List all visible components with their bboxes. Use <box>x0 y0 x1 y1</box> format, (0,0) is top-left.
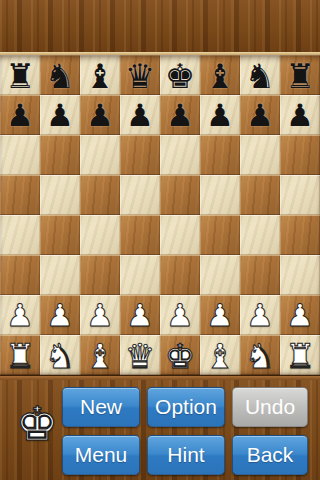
piece-black-pawn[interactable]: ♟ <box>206 100 234 131</box>
square-c8[interactable]: ♝ <box>80 55 120 95</box>
square-g8[interactable]: ♞ <box>240 55 280 95</box>
square-e2[interactable]: ♟ <box>160 295 200 335</box>
square-a8[interactable]: ♜ <box>0 55 40 95</box>
piece-black-pawn[interactable]: ♟ <box>246 100 274 131</box>
option-button[interactable]: Option <box>147 387 225 427</box>
piece-black-knight[interactable]: ♞ <box>245 59 275 93</box>
square-g5[interactable] <box>240 175 280 215</box>
square-h4[interactable] <box>280 215 320 255</box>
piece-black-pawn[interactable]: ♟ <box>86 100 114 131</box>
square-h2[interactable]: ♟ <box>280 295 320 335</box>
square-a6[interactable] <box>0 135 40 175</box>
piece-white-knight[interactable]: ♞ <box>45 339 75 373</box>
back-button[interactable]: Back <box>232 435 308 475</box>
piece-black-king[interactable]: ♚ <box>165 59 195 93</box>
square-a1[interactable]: ♜ <box>0 335 40 375</box>
square-e6[interactable] <box>160 135 200 175</box>
square-c5[interactable] <box>80 175 120 215</box>
piece-white-pawn[interactable]: ♟ <box>6 300 34 331</box>
square-b8[interactable]: ♞ <box>40 55 80 95</box>
square-e8[interactable]: ♚ <box>160 55 200 95</box>
square-f5[interactable] <box>200 175 240 215</box>
square-d4[interactable] <box>120 215 160 255</box>
toolbar-buttons: New Option Undo Menu Hint Back <box>62 387 308 475</box>
square-c6[interactable] <box>80 135 120 175</box>
square-b1[interactable]: ♞ <box>40 335 80 375</box>
piece-black-bishop[interactable]: ♝ <box>85 59 115 93</box>
piece-black-pawn[interactable]: ♟ <box>126 100 154 131</box>
square-g1[interactable]: ♞ <box>240 335 280 375</box>
square-c3[interactable] <box>80 255 120 295</box>
square-e7[interactable]: ♟ <box>160 95 200 135</box>
square-h1[interactable]: ♜ <box>280 335 320 375</box>
wood-background-top <box>0 0 320 52</box>
square-a3[interactable] <box>0 255 40 295</box>
piece-black-rook[interactable]: ♜ <box>285 59 315 93</box>
piece-white-queen[interactable]: ♛ <box>125 339 155 373</box>
new-button[interactable]: New <box>62 387 140 427</box>
square-a5[interactable] <box>0 175 40 215</box>
square-d6[interactable] <box>120 135 160 175</box>
piece-white-pawn[interactable]: ♟ <box>246 300 274 331</box>
piece-black-bishop[interactable]: ♝ <box>205 59 235 93</box>
square-h6[interactable] <box>280 135 320 175</box>
square-h3[interactable] <box>280 255 320 295</box>
piece-white-knight[interactable]: ♞ <box>245 339 275 373</box>
white-king-turn-indicator-icon: ♚ <box>16 400 58 447</box>
piece-white-pawn[interactable]: ♟ <box>206 300 234 331</box>
square-d8[interactable]: ♛ <box>120 55 160 95</box>
piece-black-queen[interactable]: ♛ <box>125 59 155 93</box>
square-b6[interactable] <box>40 135 80 175</box>
piece-black-rook[interactable]: ♜ <box>5 59 35 93</box>
square-f2[interactable]: ♟ <box>200 295 240 335</box>
chess-board: ♜♞♝♛♚♝♞♜♟♟♟♟♟♟♟♟♟♟♟♟♟♟♟♟♜♞♝♛♚♝♞♜ <box>0 55 320 375</box>
square-f3[interactable] <box>200 255 240 295</box>
square-a4[interactable] <box>0 215 40 255</box>
toolbar: ♚ New Option Undo Menu Hint Back <box>0 380 320 480</box>
square-e5[interactable] <box>160 175 200 215</box>
piece-white-bishop[interactable]: ♝ <box>85 339 115 373</box>
piece-black-knight[interactable]: ♞ <box>45 59 75 93</box>
square-f8[interactable]: ♝ <box>200 55 240 95</box>
square-b4[interactable] <box>40 215 80 255</box>
piece-white-pawn[interactable]: ♟ <box>46 300 74 331</box>
square-d1[interactable]: ♛ <box>120 335 160 375</box>
piece-white-bishop[interactable]: ♝ <box>205 339 235 373</box>
square-b3[interactable] <box>40 255 80 295</box>
square-h7[interactable]: ♟ <box>280 95 320 135</box>
square-g6[interactable] <box>240 135 280 175</box>
square-f1[interactable]: ♝ <box>200 335 240 375</box>
square-c4[interactable] <box>80 215 120 255</box>
square-b2[interactable]: ♟ <box>40 295 80 335</box>
square-e1[interactable]: ♚ <box>160 335 200 375</box>
piece-white-rook[interactable]: ♜ <box>5 339 35 373</box>
piece-black-pawn[interactable]: ♟ <box>166 100 194 131</box>
piece-white-pawn[interactable]: ♟ <box>86 300 114 331</box>
square-g2[interactable]: ♟ <box>240 295 280 335</box>
square-a2[interactable]: ♟ <box>0 295 40 335</box>
square-h5[interactable] <box>280 175 320 215</box>
app-screen: ♜♞♝♛♚♝♞♜♟♟♟♟♟♟♟♟♟♟♟♟♟♟♟♟♜♞♝♛♚♝♞♜ ♚ New O… <box>0 0 320 480</box>
hint-button[interactable]: Hint <box>147 435 225 475</box>
square-e3[interactable] <box>160 255 200 295</box>
square-b7[interactable]: ♟ <box>40 95 80 135</box>
square-c2[interactable]: ♟ <box>80 295 120 335</box>
square-g3[interactable] <box>240 255 280 295</box>
square-g4[interactable] <box>240 215 280 255</box>
square-h8[interactable]: ♜ <box>280 55 320 95</box>
square-b5[interactable] <box>40 175 80 215</box>
square-e4[interactable] <box>160 215 200 255</box>
square-f7[interactable]: ♟ <box>200 95 240 135</box>
square-c7[interactable]: ♟ <box>80 95 120 135</box>
menu-button[interactable]: Menu <box>62 435 140 475</box>
piece-black-pawn[interactable]: ♟ <box>286 100 314 131</box>
piece-black-pawn[interactable]: ♟ <box>6 100 34 131</box>
piece-white-rook[interactable]: ♜ <box>285 339 315 373</box>
piece-white-pawn[interactable]: ♟ <box>166 300 194 331</box>
square-d2[interactable]: ♟ <box>120 295 160 335</box>
square-d3[interactable] <box>120 255 160 295</box>
square-d5[interactable] <box>120 175 160 215</box>
square-f6[interactable] <box>200 135 240 175</box>
square-f4[interactable] <box>200 215 240 255</box>
square-d7[interactable]: ♟ <box>120 95 160 135</box>
square-g7[interactable]: ♟ <box>240 95 280 135</box>
piece-white-king[interactable]: ♚ <box>165 339 195 373</box>
undo-button[interactable]: Undo <box>232 387 308 427</box>
square-c1[interactable]: ♝ <box>80 335 120 375</box>
piece-white-pawn[interactable]: ♟ <box>286 300 314 331</box>
square-a7[interactable]: ♟ <box>0 95 40 135</box>
piece-white-pawn[interactable]: ♟ <box>126 300 154 331</box>
piece-black-pawn[interactable]: ♟ <box>46 100 74 131</box>
